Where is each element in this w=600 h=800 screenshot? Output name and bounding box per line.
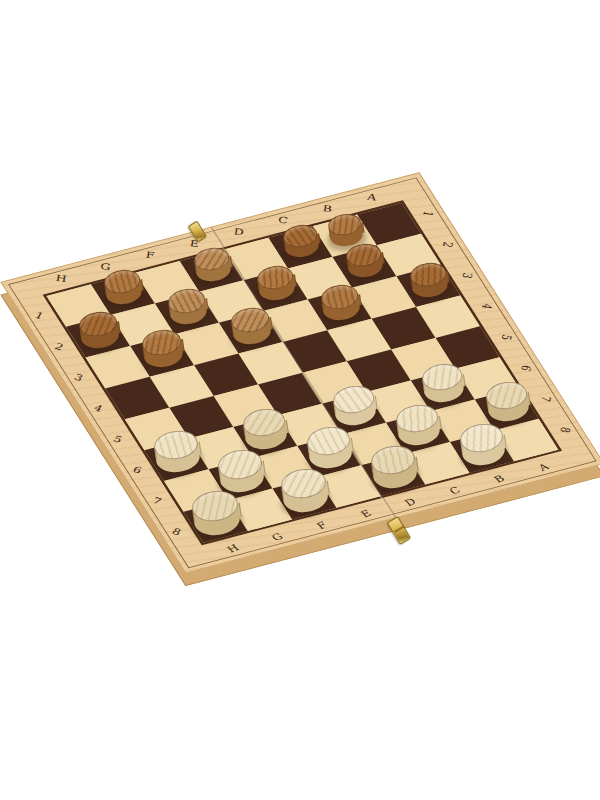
rank-label-4-fileA-edge: 4 [479, 303, 495, 311]
playfield-grid [43, 200, 562, 545]
rank-label-6-fileH-edge: 6 [131, 464, 144, 475]
file-label-B-rank8-edge: B [491, 473, 507, 485]
file-label-A-rank8-edge: A [536, 461, 552, 473]
file-label-G-rank8-edge: G [269, 531, 285, 543]
rank-label-3-fileH-edge: 3 [72, 372, 85, 383]
file-label-C-rank8-edge: C [447, 485, 463, 497]
file-label-H-rank1-edge: H [55, 273, 68, 284]
rank-label-7-fileH-edge: 7 [151, 495, 164, 506]
rank-label-5-fileA-edge: 5 [499, 333, 515, 341]
file-label-F-rank1-edge: F [145, 250, 155, 261]
product-photo-stage: AA11BB22CC33DD44EE55FF66GG77HH88 [0, 0, 600, 800]
rank-label-2-fileA-edge: 2 [440, 241, 456, 249]
file-label-D-rank1-edge: D [233, 226, 245, 237]
rank-label-1-fileH-edge: 1 [33, 310, 46, 321]
file-label-D-rank8-edge: D [402, 496, 419, 508]
checkers-board: AA11BB22CC33DD44EE55FF66GG77HH88 [0, 172, 600, 573]
rank-label-6-fileA-edge: 6 [518, 364, 534, 372]
rank-label-8-fileH-edge: 8 [170, 526, 183, 537]
file-label-F-rank8-edge: F [314, 520, 329, 532]
rank-label-7-fileA-edge: 7 [538, 395, 554, 403]
file-label-A-rank1-edge: A [367, 192, 378, 203]
file-label-G-rank1-edge: G [100, 261, 112, 272]
rank-label-1-fileA-edge: 1 [420, 210, 436, 218]
rank-label-2-fileH-edge: 2 [53, 341, 66, 352]
file-label-H-rank8-edge: H [224, 542, 241, 554]
rank-label-3-fileA-edge: 3 [459, 272, 475, 280]
file-label-B-rank1-edge: B [322, 203, 333, 214]
file-label-E-rank8-edge: E [358, 508, 374, 520]
rank-label-4-fileH-edge: 4 [92, 403, 105, 414]
rank-label-8-fileA-edge: 8 [557, 426, 573, 434]
file-label-C-rank1-edge: C [277, 215, 288, 226]
rank-label-5-fileH-edge: 5 [111, 433, 124, 444]
